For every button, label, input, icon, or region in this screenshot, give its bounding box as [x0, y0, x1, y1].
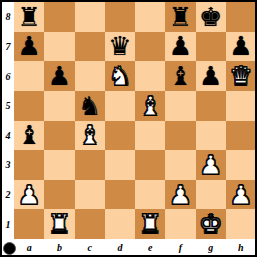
- white-bishop-e5: ♝: [138, 93, 161, 119]
- chess-diagram: 87654321 ♜♜♚♟♛♟♟♟♞♝♟♛♞♝♝♝♟♟♟♟♜♜♚ abcdefg…: [0, 0, 257, 257]
- chess-board: ♜♜♚♟♛♟♟♟♞♝♟♛♞♝♝♝♟♟♟♟♜♜♚: [14, 2, 256, 239]
- white-pawn-g3: ♟: [199, 152, 222, 178]
- square-d3[interactable]: [105, 150, 135, 180]
- white-bishop-c4: ♝: [78, 122, 101, 148]
- square-c2[interactable]: [75, 180, 105, 210]
- square-h2[interactable]: ♟: [226, 180, 256, 210]
- square-d4[interactable]: [105, 121, 135, 151]
- square-f4[interactable]: [165, 121, 195, 151]
- rank-label-8: 8: [2, 2, 14, 32]
- square-d2[interactable]: [105, 180, 135, 210]
- square-e5[interactable]: ♝: [135, 91, 165, 121]
- white-rook-e1: ♜: [138, 211, 161, 237]
- square-d1[interactable]: [105, 209, 135, 239]
- square-e7[interactable]: [135, 32, 165, 62]
- square-b7[interactable]: [44, 32, 74, 62]
- square-e1[interactable]: ♜: [135, 209, 165, 239]
- square-f7[interactable]: ♟: [165, 32, 195, 62]
- file-labels: abcdefgh: [14, 239, 256, 256]
- square-b4[interactable]: [44, 121, 74, 151]
- black-king-g8: ♚: [199, 4, 222, 30]
- square-f2[interactable]: ♟: [165, 180, 195, 210]
- square-b2[interactable]: [44, 180, 74, 210]
- square-g7[interactable]: [196, 32, 226, 62]
- square-f1[interactable]: [165, 209, 195, 239]
- white-pawn-a2: ♟: [17, 182, 40, 208]
- square-a1[interactable]: [14, 209, 44, 239]
- square-a8[interactable]: ♜: [14, 2, 44, 32]
- rank-label-3: 3: [2, 150, 14, 180]
- black-pawn-b6: ♟: [48, 63, 71, 89]
- square-c8[interactable]: [75, 2, 105, 32]
- square-c1[interactable]: [75, 209, 105, 239]
- white-king-g1: ♚: [199, 211, 222, 237]
- black-pawn-f7: ♟: [169, 33, 192, 59]
- file-label-g: g: [196, 239, 226, 256]
- square-a3[interactable]: [14, 150, 44, 180]
- square-f3[interactable]: [165, 150, 195, 180]
- square-a7[interactable]: ♟: [14, 32, 44, 62]
- rank-label-7: 7: [2, 32, 14, 62]
- rank-label-4: 4: [2, 121, 14, 151]
- square-h3[interactable]: [226, 150, 256, 180]
- square-g8[interactable]: ♚: [196, 2, 226, 32]
- black-bishop-a4: ♝: [17, 122, 40, 148]
- black-pawn-g6: ♟: [199, 63, 222, 89]
- square-h4[interactable]: [226, 121, 256, 151]
- white-pawn-f2: ♟: [169, 182, 192, 208]
- square-f6[interactable]: ♝: [165, 61, 195, 91]
- square-g3[interactable]: ♟: [196, 150, 226, 180]
- square-c4[interactable]: ♝: [75, 121, 105, 151]
- square-c3[interactable]: [75, 150, 105, 180]
- square-g4[interactable]: [196, 121, 226, 151]
- square-b1[interactable]: ♜: [44, 209, 74, 239]
- square-g2[interactable]: [196, 180, 226, 210]
- rank-labels: 87654321: [2, 2, 14, 239]
- square-b8[interactable]: [44, 2, 74, 32]
- rank-label-2: 2: [2, 180, 14, 210]
- square-d8[interactable]: [105, 2, 135, 32]
- square-f8[interactable]: ♜: [165, 2, 195, 32]
- file-label-c: c: [75, 239, 105, 256]
- square-h7[interactable]: ♟: [226, 32, 256, 62]
- square-g6[interactable]: ♟: [196, 61, 226, 91]
- square-e4[interactable]: [135, 121, 165, 151]
- side-to-move-indicator: [3, 242, 16, 255]
- black-pawn-a7: ♟: [17, 33, 40, 59]
- black-queen-d7: ♛: [108, 33, 131, 59]
- square-c7[interactable]: [75, 32, 105, 62]
- square-b5[interactable]: [44, 91, 74, 121]
- white-queen-h6: ♛: [229, 63, 252, 89]
- square-a6[interactable]: [14, 61, 44, 91]
- file-label-d: d: [105, 239, 135, 256]
- square-h8[interactable]: [226, 2, 256, 32]
- square-a5[interactable]: [14, 91, 44, 121]
- white-knight-d6: ♞: [108, 63, 131, 89]
- square-c5[interactable]: ♞: [75, 91, 105, 121]
- square-h5[interactable]: [226, 91, 256, 121]
- square-h6[interactable]: ♛: [226, 61, 256, 91]
- white-rook-b1: ♜: [48, 211, 71, 237]
- square-b6[interactable]: ♟: [44, 61, 74, 91]
- square-e6[interactable]: [135, 61, 165, 91]
- black-pawn-h7: ♟: [229, 33, 252, 59]
- black-bishop-f6: ♝: [169, 63, 192, 89]
- square-g1[interactable]: ♚: [196, 209, 226, 239]
- square-h1[interactable]: [226, 209, 256, 239]
- square-d6[interactable]: ♞: [105, 61, 135, 91]
- rank-label-6: 6: [2, 61, 14, 91]
- rank-label-1: 1: [2, 209, 14, 239]
- white-pawn-h2: ♟: [229, 182, 252, 208]
- square-d5[interactable]: [105, 91, 135, 121]
- file-label-h: h: [226, 239, 256, 256]
- square-e2[interactable]: [135, 180, 165, 210]
- square-a2[interactable]: ♟: [14, 180, 44, 210]
- square-f5[interactable]: [165, 91, 195, 121]
- black-knight-c5: ♞: [78, 93, 101, 119]
- square-e8[interactable]: [135, 2, 165, 32]
- square-g5[interactable]: [196, 91, 226, 121]
- file-label-e: e: [135, 239, 165, 256]
- square-d7[interactable]: ♛: [105, 32, 135, 62]
- black-rook-f8: ♜: [169, 4, 192, 30]
- file-label-f: f: [165, 239, 195, 256]
- file-label-b: b: [44, 239, 74, 256]
- square-a4[interactable]: ♝: [14, 121, 44, 151]
- rank-label-5: 5: [2, 91, 14, 121]
- square-e3[interactable]: [135, 150, 165, 180]
- square-b3[interactable]: [44, 150, 74, 180]
- black-rook-a8: ♜: [17, 4, 40, 30]
- square-c6[interactable]: [75, 61, 105, 91]
- file-label-a: a: [14, 239, 44, 256]
